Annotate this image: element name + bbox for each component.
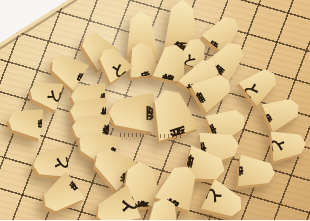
shogi-piece-fuhyo[interactable]: 歩兵 — [268, 95, 298, 129]
piece-kanji: 歩兵 — [238, 154, 277, 189]
piece-kanji: 歩兵 — [145, 196, 181, 220]
piece-kanji: 王将 — [145, 83, 199, 141]
shogi-piece-tokin[interactable]: と — [98, 189, 134, 220]
piece-kanji: 歩兵 — [262, 92, 305, 133]
shogi-piece-tokin[interactable]: と — [35, 146, 66, 181]
shogi-piece-fuhyo[interactable]: 歩兵 — [44, 177, 77, 214]
piece-kanji: と — [271, 129, 307, 162]
piece-face: 歩兵 — [145, 196, 181, 220]
shogi-piece-tokin[interactable]: と — [274, 128, 304, 162]
shogi-piece-fuhyo[interactable]: 歩兵 — [147, 198, 180, 221]
shogi-piece-osho[interactable]: 王将 — [151, 89, 193, 136]
piece-face: 王将 — [109, 92, 154, 132]
pieces-layer: 飛車角行王将王将と歩兵銀将歩兵桂馬と金将桂馬と歩兵香車香車と歩兵桂馬と銀将金将金… — [0, 0, 310, 220]
shogi-piece-fuhyo[interactable]: 歩兵 — [10, 105, 40, 139]
shogi-piece-tokin[interactable]: と — [31, 78, 59, 109]
piece-kanji: と — [91, 185, 142, 220]
shogi-piece-ginsho[interactable]: 銀将 — [156, 44, 188, 80]
piece-face: 歩兵 — [238, 154, 277, 189]
piece-kanji: 歩兵 — [35, 171, 84, 219]
shogi-piece-fuhyo[interactable]: 歩兵 — [241, 154, 273, 190]
shogi-piece-osho[interactable]: 王将 — [111, 90, 151, 135]
piece-face: と — [271, 129, 307, 162]
maker-signature-mark — [160, 134, 184, 138]
shogi-piece-fuhyo[interactable]: 歩兵 — [128, 42, 158, 76]
piece-face: 歩兵 — [262, 92, 305, 133]
piece-kanji: 歩兵 — [6, 105, 43, 139]
maker-signature-mark — [120, 133, 142, 137]
piece-face: 歩兵 — [35, 171, 84, 219]
piece-kanji: 王将 — [109, 92, 154, 132]
shogi-piece-keima[interactable]: 桂馬 — [198, 72, 230, 108]
shogi-photo: 飛車角行王将王将と歩兵銀将歩兵桂馬と金将桂馬と歩兵香車香車と歩兵桂馬と銀将金将金… — [0, 0, 310, 220]
piece-face: 王将 — [145, 83, 199, 141]
shogi-piece-tokin[interactable]: と — [208, 183, 241, 220]
piece-face: と — [91, 185, 142, 220]
piece-face: 歩兵 — [6, 105, 43, 139]
shogi-piece-tokin[interactable]: と — [99, 47, 127, 78]
